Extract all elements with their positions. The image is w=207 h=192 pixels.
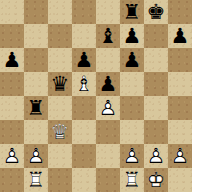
piece-white-pawn-h2[interactable]: ♟♙ xyxy=(168,144,192,168)
square-f6[interactable]: ♟ xyxy=(120,48,144,72)
white-piece-outline: ♙ xyxy=(24,144,48,168)
square-h2[interactable]: ♟♙ xyxy=(168,144,192,168)
square-g3[interactable] xyxy=(144,120,168,144)
square-f7[interactable]: ♟ xyxy=(120,24,144,48)
square-a4[interactable] xyxy=(0,96,24,120)
square-h1[interactable] xyxy=(168,168,192,192)
square-f2[interactable]: ♟♙ xyxy=(120,144,144,168)
square-g7[interactable] xyxy=(144,24,168,48)
square-c6[interactable] xyxy=(48,48,72,72)
white-piece-outline: ♕ xyxy=(48,120,72,144)
black-piece-glyph: ♟ xyxy=(96,72,120,96)
square-d2[interactable] xyxy=(72,144,96,168)
piece-white-pawn-g2[interactable]: ♟♙ xyxy=(144,144,168,168)
square-c8[interactable] xyxy=(48,0,72,24)
white-piece-outline: ♗ xyxy=(72,72,96,96)
square-c2[interactable] xyxy=(48,144,72,168)
black-piece-glyph: ♟ xyxy=(72,48,96,72)
square-d3[interactable] xyxy=(72,120,96,144)
square-h3[interactable] xyxy=(168,120,192,144)
piece-white-rook-b1[interactable]: ♜♖ xyxy=(24,168,48,192)
piece-black-queen-c5[interactable]: ♛ xyxy=(48,72,72,96)
square-b4[interactable]: ♜ xyxy=(24,96,48,120)
piece-black-pawn-d6[interactable]: ♟ xyxy=(72,48,96,72)
white-piece-outline: ♙ xyxy=(168,144,192,168)
square-c7[interactable] xyxy=(48,24,72,48)
square-g5[interactable] xyxy=(144,72,168,96)
square-b8[interactable] xyxy=(24,0,48,24)
square-h8[interactable] xyxy=(168,0,192,24)
chess-board: ♜♚♝♟♟♟♟♟♛♝♗♟♜♟♙♛♕♟♙♟♙♟♙♟♙♟♙♜♖♜♖♚♔ xyxy=(0,0,192,192)
square-h5[interactable] xyxy=(168,72,192,96)
piece-white-king-g1[interactable]: ♚♔ xyxy=(144,168,168,192)
black-piece-glyph: ♜ xyxy=(120,0,144,24)
square-d6[interactable]: ♟ xyxy=(72,48,96,72)
square-a2[interactable]: ♟♙ xyxy=(0,144,24,168)
piece-white-pawn-e4[interactable]: ♟♙ xyxy=(96,96,120,120)
square-f1[interactable]: ♜♖ xyxy=(120,168,144,192)
square-b6[interactable] xyxy=(24,48,48,72)
black-piece-glyph: ♜ xyxy=(24,96,48,120)
piece-black-rook-b4[interactable]: ♜ xyxy=(24,96,48,120)
piece-black-bishop-e7[interactable]: ♝ xyxy=(96,24,120,48)
white-piece-outline: ♙ xyxy=(120,144,144,168)
white-piece-outline: ♖ xyxy=(120,168,144,192)
square-d8[interactable] xyxy=(72,0,96,24)
piece-black-pawn-f6[interactable]: ♟ xyxy=(120,48,144,72)
piece-black-pawn-a6[interactable]: ♟ xyxy=(0,48,24,72)
square-f3[interactable] xyxy=(120,120,144,144)
white-piece-outline: ♙ xyxy=(96,96,120,120)
square-b3[interactable] xyxy=(24,120,48,144)
piece-black-pawn-f7[interactable]: ♟ xyxy=(120,24,144,48)
black-piece-glyph: ♟ xyxy=(0,48,24,72)
chess-app-screen: ♜♚♝♟♟♟♟♟♛♝♗♟♜♟♙♛♕♟♙♟♙♟♙♟♙♟♙♜♖♜♖♚♔ xyxy=(0,0,207,192)
square-c4[interactable] xyxy=(48,96,72,120)
square-h6[interactable] xyxy=(168,48,192,72)
square-e8[interactable] xyxy=(96,0,120,24)
piece-white-bishop-d5[interactable]: ♝♗ xyxy=(72,72,96,96)
square-a6[interactable]: ♟ xyxy=(0,48,24,72)
white-piece-outline: ♔ xyxy=(144,168,168,192)
square-e6[interactable] xyxy=(96,48,120,72)
piece-white-rook-f1[interactable]: ♜♖ xyxy=(120,168,144,192)
square-a5[interactable] xyxy=(0,72,24,96)
piece-white-queen-c3[interactable]: ♛♕ xyxy=(48,120,72,144)
square-e4[interactable]: ♟♙ xyxy=(96,96,120,120)
square-e5[interactable]: ♟ xyxy=(96,72,120,96)
white-piece-outline: ♖ xyxy=(24,168,48,192)
square-g2[interactable]: ♟♙ xyxy=(144,144,168,168)
square-f4[interactable] xyxy=(120,96,144,120)
square-g1[interactable]: ♚♔ xyxy=(144,168,168,192)
black-piece-glyph: ♛ xyxy=(48,72,72,96)
square-h4[interactable] xyxy=(168,96,192,120)
square-b7[interactable] xyxy=(24,24,48,48)
square-a7[interactable] xyxy=(0,24,24,48)
square-a8[interactable] xyxy=(0,0,24,24)
black-piece-glyph: ♟ xyxy=(120,48,144,72)
square-h7[interactable]: ♟ xyxy=(168,24,192,48)
square-e7[interactable]: ♝ xyxy=(96,24,120,48)
square-c3[interactable]: ♛♕ xyxy=(48,120,72,144)
square-d5[interactable]: ♝♗ xyxy=(72,72,96,96)
square-d1[interactable] xyxy=(72,168,96,192)
square-d7[interactable] xyxy=(72,24,96,48)
square-c5[interactable]: ♛ xyxy=(48,72,72,96)
piece-black-pawn-h7[interactable]: ♟ xyxy=(168,24,192,48)
piece-white-pawn-a2[interactable]: ♟♙ xyxy=(0,144,24,168)
square-c1[interactable] xyxy=(48,168,72,192)
square-g4[interactable] xyxy=(144,96,168,120)
piece-white-pawn-f2[interactable]: ♟♙ xyxy=(120,144,144,168)
white-piece-outline: ♙ xyxy=(0,144,24,168)
square-g6[interactable] xyxy=(144,48,168,72)
piece-black-rook-f8[interactable]: ♜ xyxy=(120,0,144,24)
square-a1[interactable] xyxy=(0,168,24,192)
square-b5[interactable] xyxy=(24,72,48,96)
piece-white-pawn-b2[interactable]: ♟♙ xyxy=(24,144,48,168)
right-margin xyxy=(192,0,207,192)
square-g8[interactable]: ♚ xyxy=(144,0,168,24)
black-piece-glyph: ♟ xyxy=(120,24,144,48)
black-piece-glyph: ♝ xyxy=(96,24,120,48)
square-b1[interactable]: ♜♖ xyxy=(24,168,48,192)
square-f5[interactable] xyxy=(120,72,144,96)
white-piece-outline: ♙ xyxy=(144,144,168,168)
square-e2[interactable] xyxy=(96,144,120,168)
square-e3[interactable] xyxy=(96,120,120,144)
square-d4[interactable] xyxy=(72,96,96,120)
square-e1[interactable] xyxy=(96,168,120,192)
piece-black-king-g8[interactable]: ♚ xyxy=(144,0,168,24)
black-piece-glyph: ♚ xyxy=(144,0,168,24)
square-a3[interactable] xyxy=(0,120,24,144)
black-piece-glyph: ♟ xyxy=(168,24,192,48)
square-f8[interactable]: ♜ xyxy=(120,0,144,24)
square-b2[interactable]: ♟♙ xyxy=(24,144,48,168)
piece-black-pawn-e5[interactable]: ♟ xyxy=(96,72,120,96)
